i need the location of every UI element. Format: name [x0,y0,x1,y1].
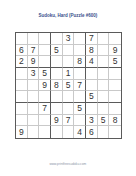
page-footer: www.printfreesudoku.com [0,160,136,168]
cell-r1c8[interactable] [98,33,110,45]
puzzle-title: Sudoku, Hard (Puzzle #600) [39,13,98,18]
cell-r9c9[interactable] [109,126,121,138]
cell-r7c1[interactable] [16,103,28,115]
cell-r2c9: 9 [109,45,121,57]
cell-r6c2[interactable] [28,91,40,103]
cell-r9c3[interactable] [39,126,51,138]
cell-r6c3[interactable] [39,91,51,103]
cell-r8c4: 9 [51,115,63,127]
cell-r9c7: 6 [86,126,98,138]
cell-r1c2[interactable] [28,33,40,45]
cell-r1c6[interactable] [74,33,86,45]
cell-r6c4[interactable] [51,91,63,103]
cell-r2c6[interactable] [74,45,86,57]
cell-r1c1[interactable] [16,33,28,45]
cell-r8c2[interactable] [28,115,40,127]
cell-r4c4[interactable] [51,68,63,80]
footer-url: www.printfreesudoku.com [50,162,87,166]
cell-r5c2[interactable] [28,80,40,92]
cell-r9c2[interactable] [28,126,40,138]
cell-r1c7: 7 [86,33,98,45]
cell-r6c8[interactable] [98,91,110,103]
cell-r3c6: 8 [74,56,86,68]
cell-r4c9[interactable] [109,68,121,80]
cell-r7c8[interactable] [98,103,110,115]
cell-r5c4: 8 [51,80,63,92]
sudoku-grid: 376758929845351985757597358946 [15,32,122,139]
cell-r7c7[interactable] [86,103,98,115]
cell-r7c6: 5 [74,103,86,115]
cell-r3c9: 5 [109,56,121,68]
cell-r4c3: 5 [39,68,51,80]
cell-r1c3[interactable] [39,33,51,45]
cell-r7c2[interactable] [28,103,40,115]
sudoku-page: Sudoku, Hard (Puzzle #600) 3767589298453… [0,0,136,176]
cell-r2c3[interactable] [39,45,51,57]
cell-r8c9: 8 [109,115,121,127]
cell-r8c7: 3 [86,115,98,127]
cell-r5c3: 9 [39,80,51,92]
page-header: Sudoku, Hard (Puzzle #600) [0,10,136,20]
cell-r7c4[interactable] [51,103,63,115]
cell-r9c5[interactable] [63,126,75,138]
cell-r3c4[interactable] [51,56,63,68]
cell-r8c8: 5 [98,115,110,127]
cell-r4c2: 3 [28,68,40,80]
cell-r6c9[interactable] [109,91,121,103]
cell-r1c5: 3 [63,33,75,45]
cell-r1c4[interactable] [51,33,63,45]
cell-r4c8[interactable] [98,68,110,80]
cell-r9c1: 9 [16,126,28,138]
cell-r4c6[interactable] [74,68,86,80]
cell-r5c6: 7 [74,80,86,92]
cell-r2c1: 6 [16,45,28,57]
cell-r5c8[interactable] [98,80,110,92]
cell-r4c7[interactable] [86,68,98,80]
cell-r7c5[interactable] [63,103,75,115]
cell-r2c4: 5 [51,45,63,57]
cell-r4c5: 1 [63,68,75,80]
cell-r3c2: 9 [28,56,40,68]
cell-r4c1[interactable] [16,68,28,80]
cell-r9c4[interactable] [51,126,63,138]
cell-r8c3[interactable] [39,115,51,127]
cell-r2c8[interactable] [98,45,110,57]
cell-r7c9[interactable] [109,103,121,115]
cell-r9c6: 4 [74,126,86,138]
cell-r3c8[interactable] [98,56,110,68]
cell-r8c6[interactable] [74,115,86,127]
cell-r6c6[interactable] [74,91,86,103]
cell-r8c5: 7 [63,115,75,127]
cell-r8c1[interactable] [16,115,28,127]
cell-r7c3: 7 [39,103,51,115]
cell-r6c7: 5 [86,91,98,103]
cell-r5c5: 5 [63,80,75,92]
cell-r3c3[interactable] [39,56,51,68]
cell-r3c7: 4 [86,56,98,68]
cell-r5c7[interactable] [86,80,98,92]
cell-r6c1[interactable] [16,91,28,103]
cell-r2c5[interactable] [63,45,75,57]
cell-r1c9[interactable] [109,33,121,45]
cell-r3c1: 2 [16,56,28,68]
cell-r3c5[interactable] [63,56,75,68]
cell-r5c1[interactable] [16,80,28,92]
cell-r5c9[interactable] [109,80,121,92]
cell-r6c5[interactable] [63,91,75,103]
cell-r2c2: 7 [28,45,40,57]
cell-r9c8[interactable] [98,126,110,138]
cell-r2c7: 8 [86,45,98,57]
